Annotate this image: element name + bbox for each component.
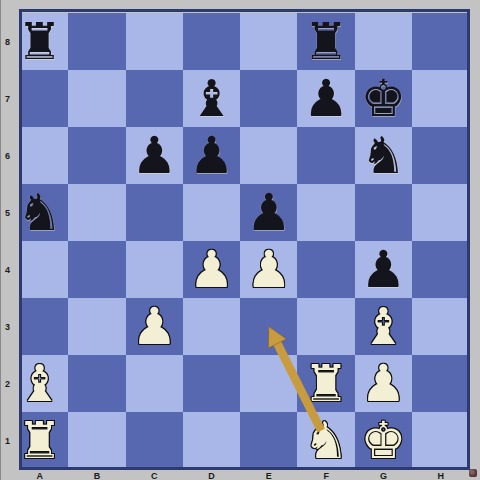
square-b1[interactable] (68, 412, 125, 469)
square-g1[interactable]: ♚ (355, 412, 412, 469)
file-label-E: E (259, 471, 279, 480)
square-a2[interactable]: ♝ (11, 355, 68, 412)
square-a6[interactable] (11, 127, 68, 184)
square-d8[interactable] (183, 13, 240, 70)
square-f8[interactable]: ♜ (297, 13, 354, 70)
square-b8[interactable] (68, 13, 125, 70)
square-e4[interactable]: ♟ (240, 241, 297, 298)
piece-black-knight[interactable]: ♞ (361, 128, 407, 183)
square-e2[interactable] (240, 355, 297, 412)
piece-black-rook[interactable]: ♜ (303, 14, 349, 69)
piece-black-pawn[interactable]: ♟ (246, 185, 292, 240)
square-g4[interactable]: ♟ (355, 241, 412, 298)
square-a5[interactable]: ♞ (11, 184, 68, 241)
piece-white-pawn[interactable]: ♟ (246, 242, 292, 297)
file-label-A: A (30, 471, 50, 480)
chess-app-window: ♜♜♝♟♚♟♟♞♞♟♟♟♟♟♝♝♜♟♜♞♚ 87654321 ABCDEFGH (0, 0, 480, 480)
rank-label-1: 1 (0, 436, 15, 446)
square-g2[interactable]: ♟ (355, 355, 412, 412)
square-h7[interactable] (412, 70, 469, 127)
file-label-strip: ABCDEFGH (0, 470, 480, 480)
piece-black-rook[interactable]: ♜ (17, 14, 63, 69)
piece-white-bishop[interactable]: ♝ (17, 356, 63, 411)
square-f7[interactable]: ♟ (297, 70, 354, 127)
square-c7[interactable] (126, 70, 183, 127)
square-c8[interactable] (126, 13, 183, 70)
corner-grip-icon (469, 469, 477, 477)
square-c5[interactable] (126, 184, 183, 241)
square-g3[interactable]: ♝ (355, 298, 412, 355)
square-c3[interactable]: ♟ (126, 298, 183, 355)
square-g7[interactable]: ♚ (355, 70, 412, 127)
piece-white-pawn[interactable]: ♟ (189, 242, 235, 297)
square-f4[interactable] (297, 241, 354, 298)
file-label-B: B (87, 471, 107, 480)
piece-white-bishop[interactable]: ♝ (361, 299, 407, 354)
square-b3[interactable] (68, 298, 125, 355)
square-f3[interactable] (297, 298, 354, 355)
top-margin (0, 0, 480, 9)
square-d1[interactable] (183, 412, 240, 469)
square-d4[interactable]: ♟ (183, 241, 240, 298)
square-b6[interactable] (68, 127, 125, 184)
rank-label-7: 7 (0, 94, 15, 104)
file-label-G: G (373, 471, 393, 480)
square-e5[interactable]: ♟ (240, 184, 297, 241)
piece-white-rook[interactable]: ♜ (17, 413, 63, 468)
square-b2[interactable] (68, 355, 125, 412)
square-b7[interactable] (68, 70, 125, 127)
square-e6[interactable] (240, 127, 297, 184)
piece-white-pawn[interactable]: ♟ (361, 356, 407, 411)
rank-label-8: 8 (0, 37, 15, 47)
square-h8[interactable] (412, 13, 469, 70)
square-g8[interactable] (355, 13, 412, 70)
chess-board: ♜♜♝♟♚♟♟♞♞♟♟♟♟♟♝♝♜♟♜♞♚ (11, 13, 469, 469)
square-b4[interactable] (68, 241, 125, 298)
square-f2[interactable]: ♜ (297, 355, 354, 412)
square-c1[interactable] (126, 412, 183, 469)
piece-black-knight[interactable]: ♞ (17, 185, 63, 240)
piece-black-king[interactable]: ♚ (361, 71, 407, 126)
square-c6[interactable]: ♟ (126, 127, 183, 184)
square-g5[interactable] (355, 184, 412, 241)
square-h3[interactable] (412, 298, 469, 355)
square-a1[interactable]: ♜ (11, 412, 68, 469)
square-e3[interactable] (240, 298, 297, 355)
square-e7[interactable] (240, 70, 297, 127)
piece-black-pawn[interactable]: ♟ (189, 128, 235, 183)
square-f5[interactable] (297, 184, 354, 241)
square-d3[interactable] (183, 298, 240, 355)
square-f6[interactable] (297, 127, 354, 184)
rank-label-6: 6 (0, 151, 15, 161)
square-d7[interactable]: ♝ (183, 70, 240, 127)
square-h5[interactable] (412, 184, 469, 241)
piece-black-pawn[interactable]: ♟ (131, 128, 177, 183)
file-label-D: D (202, 471, 222, 480)
rank-label-5: 5 (0, 208, 15, 218)
piece-black-pawn[interactable]: ♟ (303, 71, 349, 126)
square-d2[interactable] (183, 355, 240, 412)
square-a3[interactable] (11, 298, 68, 355)
square-a4[interactable] (11, 241, 68, 298)
piece-white-knight[interactable]: ♞ (303, 413, 349, 468)
piece-white-pawn[interactable]: ♟ (131, 299, 177, 354)
file-label-C: C (144, 471, 164, 480)
square-g6[interactable]: ♞ (355, 127, 412, 184)
square-d6[interactable]: ♟ (183, 127, 240, 184)
rank-label-4: 4 (0, 265, 15, 275)
square-h6[interactable] (412, 127, 469, 184)
square-h2[interactable] (412, 355, 469, 412)
piece-white-king[interactable]: ♚ (361, 413, 407, 468)
square-a8[interactable]: ♜ (11, 13, 68, 70)
piece-black-pawn[interactable]: ♟ (361, 242, 407, 297)
file-label-H: H (431, 471, 451, 480)
rank-label-3: 3 (0, 322, 15, 332)
square-h1[interactable] (412, 412, 469, 469)
file-label-F: F (316, 471, 336, 480)
square-a7[interactable] (11, 70, 68, 127)
square-c2[interactable] (126, 355, 183, 412)
window-edge (0, 0, 1, 480)
square-h4[interactable] (412, 241, 469, 298)
square-c4[interactable] (126, 241, 183, 298)
rank-label-2: 2 (0, 379, 15, 389)
right-margin (470, 0, 480, 480)
square-f1[interactable]: ♞ (297, 412, 354, 469)
square-e8[interactable] (240, 13, 297, 70)
piece-white-rook[interactable]: ♜ (303, 356, 349, 411)
square-b5[interactable] (68, 184, 125, 241)
piece-black-bishop[interactable]: ♝ (189, 71, 235, 126)
rank-label-gutter: 87654321 (0, 0, 19, 480)
square-e1[interactable] (240, 412, 297, 469)
square-d5[interactable] (183, 184, 240, 241)
